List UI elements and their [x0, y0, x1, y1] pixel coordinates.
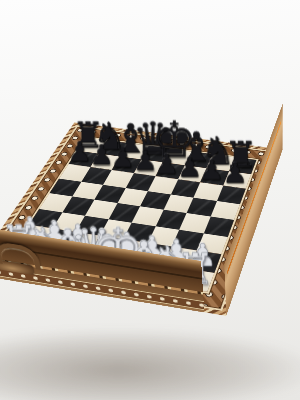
drawer-handle[interactable] — [0, 239, 41, 276]
perspective-stage: ♜♞♝♛♚♝♞♜♟♟♟♟♟♟♟♟♟♟♟♟♟♟♟♟♜♞♝♛♚♝♞♜ — [0, 0, 300, 400]
square-h5[interactable] — [210, 201, 240, 220]
square-h6[interactable] — [217, 185, 246, 203]
wooden-chess-box: ♜♞♝♛♚♝♞♜♟♟♟♟♟♟♟♟♟♟♟♟♟♟♟♟♜♞♝♛♚♝♞♜ — [0, 123, 283, 317]
square-a5[interactable] — [50, 178, 82, 196]
square-h7[interactable]: ♟ — [223, 171, 251, 189]
chess-set-photo: ♜♞♝♛♚♝♞♜♟♟♟♟♟♟♟♟♟♟♟♟♟♟♟♟♜♞♝♛♚♝♞♜ — [0, 0, 300, 400]
